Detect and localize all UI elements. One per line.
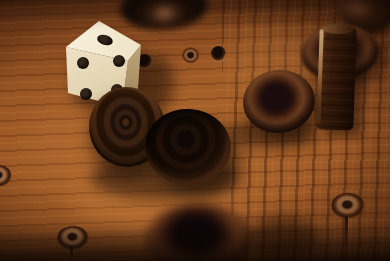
hole-ring-center-right-groove [345, 216, 348, 261]
checker-center-right [143, 107, 233, 187]
die-top-face [62, 19, 146, 114]
checker-top-right-corner [334, 0, 390, 38]
cast-shadow [90, 156, 240, 200]
wood-grain-horizontal [0, 0, 390, 261]
die-pip-front [113, 55, 125, 67]
hole-ring-bottom-left-groove [70, 246, 73, 261]
light-pool [215, 25, 335, 95]
divot-right-of-die [137, 54, 152, 68]
cast-shadow [248, 216, 318, 258]
hole-ring-bottom-left [57, 226, 89, 250]
checker-right-flat-back [299, 22, 381, 84]
checker-right-flat-front [239, 66, 318, 137]
wood-noise-texture [0, 0, 390, 261]
checker-center-left [85, 83, 169, 171]
cast-shadow [140, 55, 174, 111]
hole-left-edge [0, 165, 12, 187]
light-pool [70, 170, 240, 230]
divot-top-center [211, 46, 226, 61]
die-pip-top [96, 33, 114, 47]
die-front-face [62, 19, 146, 114]
die-pip-front [77, 57, 89, 69]
light-pool [30, 95, 150, 185]
wood-grain-vertical [222, 0, 390, 261]
die-right-face [62, 19, 146, 114]
die-pip-front [80, 88, 92, 100]
wooden-board [0, 0, 390, 261]
checker-top-blurred [119, 0, 210, 33]
vignette-shading [0, 0, 390, 261]
divot-ring-top-center [181, 47, 200, 64]
checker-bottom-blurred [146, 203, 252, 261]
cast-shadow [228, 118, 318, 148]
white-die [62, 19, 146, 114]
hole-ring-center-right [331, 193, 365, 219]
photo-stage [0, 0, 390, 261]
checker-standing-on-edge [316, 26, 357, 130]
die-pip-front [111, 84, 123, 96]
